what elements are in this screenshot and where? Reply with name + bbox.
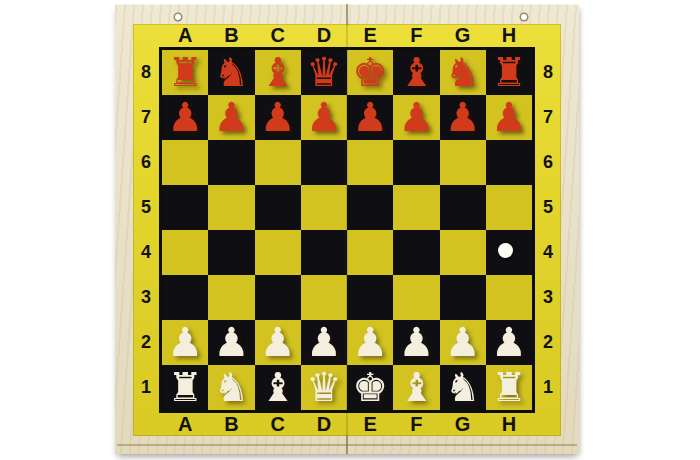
square-h1[interactable]: ♜ [486, 365, 532, 410]
white-pawn-piece[interactable]: ♟ [306, 322, 342, 362]
square-e5[interactable] [347, 185, 393, 230]
square-e6[interactable] [347, 140, 393, 185]
square-e4[interactable] [347, 230, 393, 275]
white-queen-piece[interactable]: ♛ [306, 367, 342, 407]
red-knight-piece[interactable]: ♞ [445, 52, 481, 92]
file-label: B [208, 413, 254, 436]
square-g7[interactable]: ♟ [440, 95, 486, 140]
rank-label: 5 [535, 185, 561, 230]
red-bishop-piece[interactable]: ♝ [398, 52, 434, 92]
white-bishop-piece[interactable]: ♝ [398, 367, 434, 407]
rank-label: 6 [133, 140, 159, 185]
file-label: G [440, 24, 486, 47]
square-f7[interactable]: ♟ [393, 95, 439, 140]
square-c7[interactable]: ♟ [255, 95, 301, 140]
red-pawn-piece[interactable]: ♟ [306, 97, 342, 137]
square-c2[interactable]: ♟ [255, 320, 301, 365]
white-pawn-piece[interactable]: ♟ [398, 322, 434, 362]
square-f3[interactable] [393, 275, 439, 320]
red-rook-piece[interactable]: ♜ [491, 52, 527, 92]
square-b7[interactable]: ♟ [208, 95, 254, 140]
square-g2[interactable]: ♟ [440, 320, 486, 365]
red-knight-piece[interactable]: ♞ [213, 52, 249, 92]
square-d7[interactable]: ♟ [301, 95, 347, 140]
white-rook-piece[interactable]: ♜ [491, 367, 527, 407]
square-a4[interactable] [162, 230, 208, 275]
white-king-piece[interactable]: ♚ [352, 367, 388, 407]
file-label: A [162, 24, 208, 47]
square-d6[interactable] [301, 140, 347, 185]
hanging-hole-icon [521, 14, 527, 20]
rank-label: 1 [535, 365, 561, 410]
square-a3[interactable] [162, 275, 208, 320]
white-pawn-piece[interactable]: ♟ [445, 322, 481, 362]
square-b5[interactable] [208, 185, 254, 230]
square-a7[interactable]: ♟ [162, 95, 208, 140]
file-label: H [486, 413, 532, 436]
square-h5[interactable] [486, 185, 532, 230]
white-pawn-piece[interactable]: ♟ [213, 322, 249, 362]
square-f6[interactable] [393, 140, 439, 185]
square-c6[interactable] [255, 140, 301, 185]
square-b3[interactable] [208, 275, 254, 320]
rank-label: 4 [535, 230, 561, 275]
file-label: F [393, 413, 439, 436]
red-pawn-piece[interactable]: ♟ [398, 97, 434, 137]
square-d4[interactable] [301, 230, 347, 275]
square-f5[interactable] [393, 185, 439, 230]
rank-label: 8 [133, 50, 159, 95]
red-king-piece[interactable]: ♚ [352, 52, 388, 92]
rank-label: 7 [535, 95, 561, 140]
square-c8[interactable]: ♝ [255, 50, 301, 95]
rank-label: 7 [133, 95, 159, 140]
square-g8[interactable]: ♞ [440, 50, 486, 95]
square-f8[interactable]: ♝ [393, 50, 439, 95]
red-rook-piece[interactable]: ♜ [167, 52, 203, 92]
file-label: E [347, 413, 393, 436]
file-label: G [440, 413, 486, 436]
red-pawn-piece[interactable]: ♟ [445, 97, 481, 137]
fold-seam [346, 4, 348, 454]
rank-label: 5 [133, 185, 159, 230]
rank-label: 3 [535, 275, 561, 320]
square-h3[interactable] [486, 275, 532, 320]
white-pawn-piece[interactable]: ♟ [352, 322, 388, 362]
rank-label: 2 [535, 320, 561, 365]
rank-labels-left: 87654321 [133, 50, 159, 410]
file-label: B [208, 24, 254, 47]
square-h4[interactable] [486, 230, 532, 275]
rank-label: 4 [133, 230, 159, 275]
square-h2[interactable]: ♟ [486, 320, 532, 365]
white-knight-piece[interactable]: ♞ [213, 367, 249, 407]
file-label: E [347, 24, 393, 47]
square-e1[interactable]: ♚ [347, 365, 393, 410]
square-g6[interactable] [440, 140, 486, 185]
square-g3[interactable] [440, 275, 486, 320]
white-pawn-piece[interactable]: ♟ [260, 322, 296, 362]
red-pawn-piece[interactable]: ♟ [260, 97, 296, 137]
square-h7[interactable]: ♟ [486, 95, 532, 140]
white-pawn-piece[interactable]: ♟ [491, 322, 527, 362]
square-c5[interactable] [255, 185, 301, 230]
square-c4[interactable] [255, 230, 301, 275]
square-d1[interactable]: ♛ [301, 365, 347, 410]
square-f2[interactable]: ♟ [393, 320, 439, 365]
square-a6[interactable] [162, 140, 208, 185]
square-e8[interactable]: ♚ [347, 50, 393, 95]
white-pawn-piece[interactable]: ♟ [167, 322, 203, 362]
file-label: H [486, 24, 532, 47]
rank-label: 8 [535, 50, 561, 95]
square-b1[interactable]: ♞ [208, 365, 254, 410]
rank-label: 3 [133, 275, 159, 320]
file-label: C [255, 413, 301, 436]
red-pawn-piece[interactable]: ♟ [352, 97, 388, 137]
white-rook-piece[interactable]: ♜ [167, 367, 203, 407]
file-label: D [301, 24, 347, 47]
square-b2[interactable]: ♟ [208, 320, 254, 365]
file-label: C [255, 24, 301, 47]
rank-label: 6 [535, 140, 561, 185]
square-h6[interactable] [486, 140, 532, 185]
square-d5[interactable] [301, 185, 347, 230]
hanging-hole-icon [175, 14, 181, 20]
magnet-dot[interactable] [498, 243, 513, 258]
square-g4[interactable] [440, 230, 486, 275]
square-a1[interactable]: ♜ [162, 365, 208, 410]
square-b6[interactable] [208, 140, 254, 185]
square-e2[interactable]: ♟ [347, 320, 393, 365]
square-e7[interactable]: ♟ [347, 95, 393, 140]
scene: ABCDEFGH ABCDEFGH 87654321 87654321 ♜♞♝♛… [0, 0, 700, 460]
file-label: F [393, 24, 439, 47]
square-b4[interactable] [208, 230, 254, 275]
red-queen-piece[interactable]: ♛ [306, 52, 342, 92]
white-knight-piece[interactable]: ♞ [445, 367, 481, 407]
square-g5[interactable] [440, 185, 486, 230]
rank-label: 1 [133, 365, 159, 410]
square-a2[interactable]: ♟ [162, 320, 208, 365]
white-bishop-piece[interactable]: ♝ [260, 367, 296, 407]
square-f4[interactable] [393, 230, 439, 275]
file-label: A [162, 413, 208, 436]
square-h8[interactable]: ♜ [486, 50, 532, 95]
square-d3[interactable] [301, 275, 347, 320]
square-e3[interactable] [347, 275, 393, 320]
red-pawn-piece[interactable]: ♟ [167, 97, 203, 137]
square-g1[interactable]: ♞ [440, 365, 486, 410]
demo-chessboard: ABCDEFGH ABCDEFGH 87654321 87654321 ♜♞♝♛… [115, 4, 579, 454]
red-bishop-piece[interactable]: ♝ [260, 52, 296, 92]
red-pawn-piece[interactable]: ♟ [213, 97, 249, 137]
square-c1[interactable]: ♝ [255, 365, 301, 410]
square-c3[interactable] [255, 275, 301, 320]
red-pawn-piece[interactable]: ♟ [491, 97, 527, 137]
square-d8[interactable]: ♛ [301, 50, 347, 95]
square-a5[interactable] [162, 185, 208, 230]
file-label: D [301, 413, 347, 436]
square-d2[interactable]: ♟ [301, 320, 347, 365]
rank-label: 2 [133, 320, 159, 365]
rank-labels-right: 87654321 [535, 50, 561, 410]
square-b8[interactable]: ♞ [208, 50, 254, 95]
square-f1[interactable]: ♝ [393, 365, 439, 410]
square-a8[interactable]: ♜ [162, 50, 208, 95]
